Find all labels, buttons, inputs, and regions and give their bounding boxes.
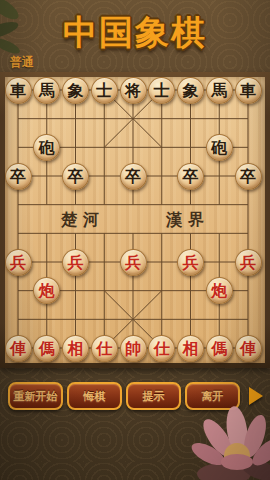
piece-black-advisor[interactable]: 士 [91, 77, 118, 104]
undo-move-button[interactable]: 悔棋 [67, 382, 122, 410]
difficulty-label: 普通 [10, 54, 34, 73]
app-title: 中国象棋 [0, 10, 270, 56]
piece-black-chariot[interactable]: 車 [5, 77, 32, 104]
piece-black-soldier[interactable]: 卒 [177, 163, 204, 190]
piece-black-elephant[interactable]: 象 [62, 77, 89, 104]
piece-red-cannon[interactable]: 炮 [206, 277, 233, 304]
piece-red-elephant[interactable]: 相 [62, 335, 89, 362]
hint-button[interactable]: 提示 [126, 382, 181, 410]
restart-button[interactable]: 重新开始 [8, 382, 63, 410]
piece-black-horse[interactable]: 馬 [33, 77, 60, 104]
piece-black-soldier[interactable]: 卒 [235, 163, 262, 190]
piece-black-advisor[interactable]: 士 [148, 77, 175, 104]
piece-red-advisor[interactable]: 仕 [91, 335, 118, 362]
piece-red-chariot[interactable]: 俥 [5, 335, 32, 362]
piece-black-chariot[interactable]: 車 [235, 77, 262, 104]
river-label-left: 楚河 [61, 210, 105, 231]
piece-red-horse[interactable]: 傌 [33, 335, 60, 362]
piece-black-cannon[interactable]: 砲 [33, 134, 60, 161]
piece-black-horse[interactable]: 馬 [206, 77, 233, 104]
piece-red-horse[interactable]: 傌 [206, 335, 233, 362]
board[interactable]: 楚河 漢界 車馬象士将士象馬車砲砲卒卒卒卒卒兵兵兵兵兵炮炮俥傌相仕帥仕相傌俥 [5, 77, 265, 363]
lotus-flower-decoration [180, 396, 270, 480]
app-screen: 中国象棋 普通 楚河 漢界 車馬象士将士象馬車砲 [0, 0, 270, 480]
piece-black-soldier[interactable]: 卒 [62, 163, 89, 190]
river-label-right: 漢界 [166, 210, 210, 231]
piece-red-general[interactable]: 帥 [120, 335, 147, 362]
piece-black-soldier[interactable]: 卒 [5, 163, 32, 190]
board-frame: 楚河 漢界 車馬象士将士象馬車砲砲卒卒卒卒卒兵兵兵兵兵炮炮俥傌相仕帥仕相傌俥 [0, 72, 270, 368]
piece-black-soldier[interactable]: 卒 [120, 163, 147, 190]
piece-red-soldier[interactable]: 兵 [120, 249, 147, 276]
piece-black-general[interactable]: 将 [120, 77, 147, 104]
piece-red-soldier[interactable]: 兵 [5, 249, 32, 276]
piece-red-advisor[interactable]: 仕 [148, 335, 175, 362]
piece-red-soldier[interactable]: 兵 [62, 249, 89, 276]
board-grid-lines [5, 77, 265, 363]
piece-red-elephant[interactable]: 相 [177, 335, 204, 362]
piece-red-soldier[interactable]: 兵 [235, 249, 262, 276]
piece-black-elephant[interactable]: 象 [177, 77, 204, 104]
piece-red-chariot[interactable]: 俥 [235, 335, 262, 362]
piece-black-cannon[interactable]: 砲 [206, 134, 233, 161]
piece-red-soldier[interactable]: 兵 [177, 249, 204, 276]
